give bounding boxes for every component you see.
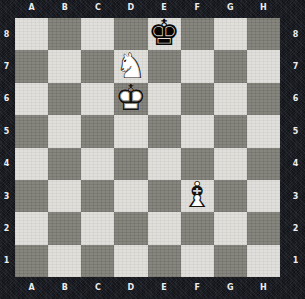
square-h7[interactable] [247,50,280,82]
square-b4[interactable] [48,148,81,180]
rank-label-right-2: 2 [280,212,305,244]
square-f1[interactable] [181,245,214,277]
file-label-top-h: H [247,0,280,18]
file-label-bottom-c: C [81,277,114,299]
square-a1[interactable] [15,245,48,277]
file-label-top-f: F [181,0,214,18]
rank-label-left-2: 2 [0,212,15,244]
square-d2[interactable] [114,212,147,244]
square-f8[interactable] [181,18,214,50]
square-h3[interactable] [247,180,280,212]
square-g2[interactable] [214,212,247,244]
piece-white-bishop-f3[interactable]: ♝♗ [181,180,214,212]
square-e4[interactable] [148,148,181,180]
square-d3[interactable] [114,180,147,212]
square-g5[interactable] [214,115,247,147]
square-a2[interactable] [15,212,48,244]
square-a8[interactable] [15,18,48,50]
square-g7[interactable] [214,50,247,82]
rank-label-right-8: 8 [280,18,305,50]
square-c1[interactable] [81,245,114,277]
square-a7[interactable] [15,50,48,82]
square-e5[interactable] [148,115,181,147]
rank-label-left-5: 5 [0,115,15,147]
square-f2[interactable] [181,212,214,244]
square-c4[interactable] [81,148,114,180]
file-label-top-a: A [15,0,48,18]
square-g1[interactable] [214,245,247,277]
white-bishop-glyph-outline: ♗ [181,177,213,213]
rank-label-right-1: 1 [280,245,305,277]
file-label-top-b: B [48,0,81,18]
square-e2[interactable] [148,212,181,244]
square-d5[interactable] [114,115,147,147]
chess-board: ♚♞♘♚♔♝♗ [15,18,280,277]
square-b3[interactable] [48,180,81,212]
square-e1[interactable] [148,245,181,277]
square-e7[interactable] [148,50,181,82]
square-g3[interactable] [214,180,247,212]
square-d4[interactable] [114,148,147,180]
white-king-glyph-outline: ♔ [115,79,147,115]
square-f5[interactable] [181,115,214,147]
rank-label-left-3: 3 [0,180,15,212]
square-h5[interactable] [247,115,280,147]
square-c8[interactable] [81,18,114,50]
square-b6[interactable] [48,83,81,115]
black-king-glyph: ♚ [148,15,180,51]
square-d6[interactable]: ♚♔ [114,83,147,115]
rank-label-right-4: 4 [280,148,305,180]
square-b8[interactable] [48,18,81,50]
square-f3[interactable]: ♝♗ [181,180,214,212]
square-c3[interactable] [81,180,114,212]
square-f7[interactable] [181,50,214,82]
file-label-bottom-a: A [15,277,48,299]
rank-label-left-1: 1 [0,245,15,277]
square-h1[interactable] [247,245,280,277]
rank-label-left-7: 7 [0,50,15,82]
square-a4[interactable] [15,148,48,180]
square-g4[interactable] [214,148,247,180]
square-c5[interactable] [81,115,114,147]
rank-label-left-4: 4 [0,148,15,180]
square-e8[interactable]: ♚ [148,18,181,50]
square-h2[interactable] [247,212,280,244]
piece-white-king-d6[interactable]: ♚♔ [114,83,147,115]
square-b1[interactable] [48,245,81,277]
rank-labels-right: 87654321 [280,18,305,277]
square-a3[interactable] [15,180,48,212]
chess-diagram: ABCDEFGH 87654321 ♚♞♘♚♔♝♗ 87654321 ABCDE… [0,0,305,299]
square-c7[interactable] [81,50,114,82]
square-b7[interactable] [48,50,81,82]
rank-label-right-5: 5 [280,115,305,147]
file-label-top-c: C [81,0,114,18]
file-label-bottom-b: B [48,277,81,299]
piece-black-king-e8[interactable]: ♚ [148,18,181,50]
square-h8[interactable] [247,18,280,50]
rank-label-right-6: 6 [280,83,305,115]
rank-label-right-7: 7 [280,50,305,82]
square-c2[interactable] [81,212,114,244]
square-b5[interactable] [48,115,81,147]
square-e6[interactable] [148,83,181,115]
file-label-bottom-f: F [181,277,214,299]
file-label-top-g: G [214,0,247,18]
square-a6[interactable] [15,83,48,115]
file-label-bottom-h: H [247,277,280,299]
square-c6[interactable] [81,83,114,115]
rank-label-right-3: 3 [280,180,305,212]
square-d1[interactable] [114,245,147,277]
square-a5[interactable] [15,115,48,147]
rank-label-left-8: 8 [0,18,15,50]
rank-label-left-6: 6 [0,83,15,115]
file-label-bottom-e: E [148,277,181,299]
file-label-bottom-g: G [214,277,247,299]
square-g8[interactable] [214,18,247,50]
file-label-top-d: D [114,0,147,18]
square-f6[interactable] [181,83,214,115]
file-labels-bottom: ABCDEFGH [15,277,280,299]
square-h6[interactable] [247,83,280,115]
square-h4[interactable] [247,148,280,180]
square-e3[interactable] [148,180,181,212]
square-b2[interactable] [48,212,81,244]
file-label-bottom-d: D [114,277,147,299]
rank-labels-left: 87654321 [0,18,15,277]
square-g6[interactable] [214,83,247,115]
